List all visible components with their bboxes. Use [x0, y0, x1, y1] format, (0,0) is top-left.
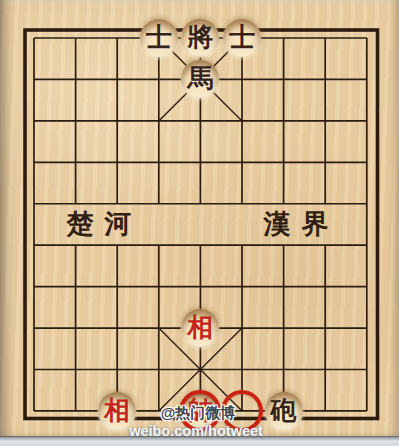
watermark-weibo-handle: @热门微博: [161, 404, 236, 423]
river-label-chu-he: 楚河: [56, 206, 143, 242]
xiangqi-board: 楚河 漢界 士將士馬相相帥砲: [0, 0, 399, 437]
piece-black-advisor[interactable]: 士: [140, 19, 178, 57]
screenshot-root: 楚河 漢界 士將士馬相相帥砲 @热门微博 weibo.com/hotweet: [0, 0, 399, 446]
river-label-han-jie: 漢界: [253, 206, 340, 242]
watermark-weibo-url: weibo.com/hotweet: [129, 423, 263, 439]
piece-black-advisor[interactable]: 士: [223, 19, 261, 57]
piece-black-cannon[interactable]: 砲: [265, 392, 303, 430]
